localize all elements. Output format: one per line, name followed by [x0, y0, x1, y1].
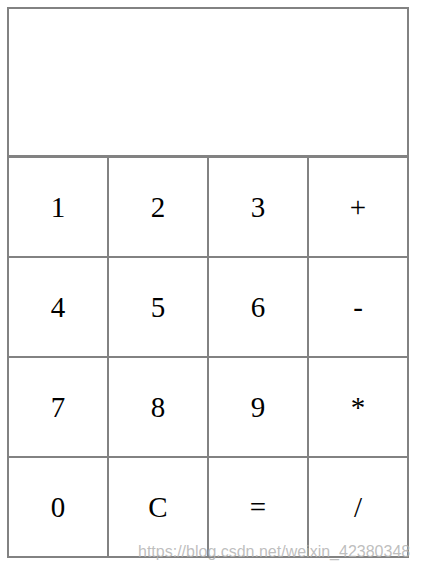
key-2[interactable]: 2: [108, 157, 208, 257]
key-clear[interactable]: C: [108, 457, 208, 557]
key-7[interactable]: 7: [8, 357, 108, 457]
key-5[interactable]: 5: [108, 257, 208, 357]
key-3[interactable]: 3: [208, 157, 308, 257]
calculator: 123+456-789*0C=/: [7, 7, 409, 558]
key-plus[interactable]: +: [308, 157, 408, 257]
key-divide[interactable]: /: [308, 457, 408, 557]
key-0[interactable]: 0: [8, 457, 108, 557]
key-4[interactable]: 4: [8, 257, 108, 357]
key-8[interactable]: 8: [108, 357, 208, 457]
key-equals[interactable]: =: [208, 457, 308, 557]
calculator-display: [7, 7, 409, 157]
key-6[interactable]: 6: [208, 257, 308, 357]
key-1[interactable]: 1: [8, 157, 108, 257]
key-9[interactable]: 9: [208, 357, 308, 457]
key-multiply[interactable]: *: [308, 357, 408, 457]
key-minus[interactable]: -: [308, 257, 408, 357]
keypad: 123+456-789*0C=/: [7, 156, 409, 558]
